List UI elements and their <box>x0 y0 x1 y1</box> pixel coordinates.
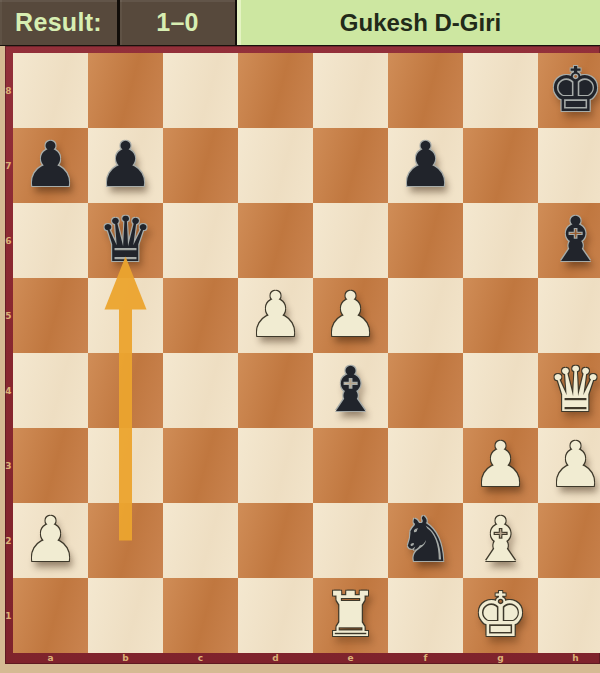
square-e8[interactable] <box>313 53 388 128</box>
rank-label-5: 5 <box>4 278 13 353</box>
square-f8[interactable] <box>388 53 463 128</box>
square-a6[interactable] <box>13 203 88 278</box>
square-c2[interactable] <box>163 503 238 578</box>
square-g7[interactable] <box>463 128 538 203</box>
black-pawn-f7[interactable]: ♟ <box>388 128 463 203</box>
square-h5[interactable] <box>538 278 600 353</box>
square-d1[interactable] <box>238 578 313 653</box>
square-e6[interactable] <box>313 203 388 278</box>
square-a8[interactable] <box>13 53 88 128</box>
square-g5[interactable] <box>463 278 538 353</box>
square-b2[interactable] <box>88 503 163 578</box>
square-h7[interactable] <box>538 128 600 203</box>
rank-label-7: 7 <box>4 128 13 203</box>
square-a3[interactable] <box>13 428 88 503</box>
white-bishop-g2[interactable]: ♝ <box>463 503 538 578</box>
white-king-g1[interactable]: ♚ <box>463 578 538 653</box>
square-g8[interactable] <box>463 53 538 128</box>
square-f5[interactable] <box>388 278 463 353</box>
square-e7[interactable] <box>313 128 388 203</box>
square-a4[interactable] <box>13 353 88 428</box>
rank-label-6: 6 <box>4 203 13 278</box>
rank-label-8: 8 <box>4 53 13 128</box>
rank-label-1: 1 <box>4 578 13 653</box>
players-panel: Gukesh D-Giri <box>237 0 600 45</box>
square-c5[interactable] <box>163 278 238 353</box>
white-pawn-h3[interactable]: ♟ <box>538 428 600 503</box>
black-bishop-h6[interactable]: ♝ <box>538 203 600 278</box>
white-pawn-d5[interactable]: ♟ <box>238 278 313 353</box>
square-a5[interactable] <box>13 278 88 353</box>
file-label-d: d <box>238 651 313 664</box>
square-g4[interactable] <box>463 353 538 428</box>
file-label-h: h <box>538 651 600 664</box>
black-queen-b6[interactable]: ♛ <box>88 203 163 278</box>
square-d6[interactable] <box>238 203 313 278</box>
square-d7[interactable] <box>238 128 313 203</box>
file-label-f: f <box>388 651 463 664</box>
board-frame: ♚♟♟♟♛♝♟♟♝♛♟♟♟♞♝♜♚ 87654321 abcdefgh <box>0 46 600 673</box>
square-d8[interactable] <box>238 53 313 128</box>
square-b8[interactable] <box>88 53 163 128</box>
white-pawn-e5[interactable]: ♟ <box>313 278 388 353</box>
white-rook-e1[interactable]: ♜ <box>313 578 388 653</box>
header-bar: Result: 1–0 Gukesh D-Giri <box>0 0 600 46</box>
file-label-a: a <box>13 651 88 664</box>
square-e2[interactable] <box>313 503 388 578</box>
square-d4[interactable] <box>238 353 313 428</box>
rank-label-4: 4 <box>4 353 13 428</box>
square-f6[interactable] <box>388 203 463 278</box>
square-c8[interactable] <box>163 53 238 128</box>
result-value: 1–0 <box>156 8 199 37</box>
chess-board[interactable]: ♚♟♟♟♛♝♟♟♝♛♟♟♟♞♝♜♚ <box>13 53 600 653</box>
square-a1[interactable] <box>13 578 88 653</box>
black-pawn-a7[interactable]: ♟ <box>13 128 88 203</box>
black-bishop-e4[interactable]: ♝ <box>313 353 388 428</box>
square-b5[interactable] <box>88 278 163 353</box>
square-c1[interactable] <box>163 578 238 653</box>
black-king-h8[interactable]: ♚ <box>538 53 600 128</box>
black-knight-f2[interactable]: ♞ <box>388 503 463 578</box>
square-c4[interactable] <box>163 353 238 428</box>
players-names: Gukesh D-Giri <box>340 9 501 37</box>
square-b1[interactable] <box>88 578 163 653</box>
rank-label-3: 3 <box>4 428 13 503</box>
black-pawn-b7[interactable]: ♟ <box>88 128 163 203</box>
file-label-c: c <box>163 651 238 664</box>
square-h2[interactable] <box>538 503 600 578</box>
square-f4[interactable] <box>388 353 463 428</box>
square-e3[interactable] <box>313 428 388 503</box>
square-f3[interactable] <box>388 428 463 503</box>
square-h1[interactable] <box>538 578 600 653</box>
square-c3[interactable] <box>163 428 238 503</box>
square-g6[interactable] <box>463 203 538 278</box>
square-f1[interactable] <box>388 578 463 653</box>
result-label: Result: <box>15 8 102 37</box>
square-b4[interactable] <box>88 353 163 428</box>
square-d3[interactable] <box>238 428 313 503</box>
file-label-b: b <box>88 651 163 664</box>
rank-label-2: 2 <box>4 503 13 578</box>
square-d2[interactable] <box>238 503 313 578</box>
result-value-box: 1–0 <box>120 0 237 45</box>
white-pawn-a2[interactable]: ♟ <box>13 503 88 578</box>
white-queen-h4[interactable]: ♛ <box>538 353 600 428</box>
square-c6[interactable] <box>163 203 238 278</box>
square-b3[interactable] <box>88 428 163 503</box>
result-label-box: Result: <box>0 0 120 45</box>
square-c7[interactable] <box>163 128 238 203</box>
white-pawn-g3[interactable]: ♟ <box>463 428 538 503</box>
